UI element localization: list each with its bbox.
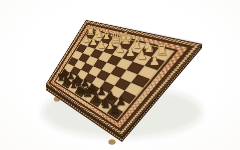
chess-set-photo: ♜♞♝♛♚♝♞♜♟♟♟♟♟♟♟♟♟♟♟♟♟♟♟♟♜♞♝♛♚♝♞♜ <box>0 0 240 150</box>
board-foot <box>108 139 115 145</box>
